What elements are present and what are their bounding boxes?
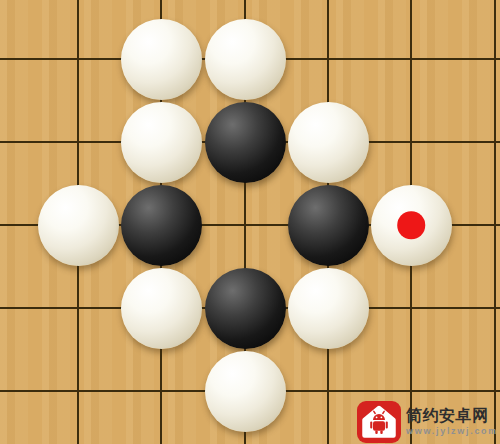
stone-black [288, 185, 369, 266]
site-watermark-text: 简约安卓网 www.jylzwj.com [406, 408, 498, 436]
site-url: www.jylzwj.com [406, 427, 498, 436]
go-diagram: 简约安卓网 www.jylzwj.com [0, 0, 500, 444]
stone-white [288, 268, 369, 349]
last-move-marker [397, 211, 425, 239]
stone-white [121, 268, 202, 349]
stone-white [121, 19, 202, 100]
stone-white [205, 351, 286, 432]
site-logo-badge [357, 401, 401, 443]
stone-white-last-move [371, 185, 452, 266]
site-name: 简约安卓网 [406, 408, 498, 424]
grid-line-vertical-5 [494, 0, 496, 444]
stone-white [38, 185, 119, 266]
stone-white [205, 19, 286, 100]
stone-black [205, 102, 286, 183]
stone-white [288, 102, 369, 183]
stone-black [205, 268, 286, 349]
stone-black [121, 185, 202, 266]
stone-white [121, 102, 202, 183]
site-watermark: 简约安卓网 www.jylzwj.com [357, 401, 498, 443]
